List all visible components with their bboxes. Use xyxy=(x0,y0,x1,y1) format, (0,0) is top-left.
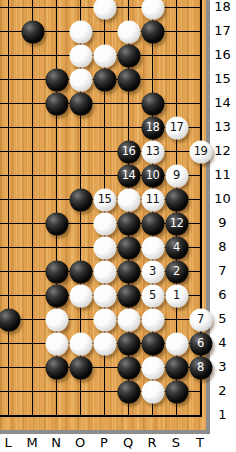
row-label-14: 14 xyxy=(209,94,236,112)
move-number-label: 11 xyxy=(146,194,160,206)
stone-black-O3 xyxy=(69,356,92,379)
go-board[interactable]: 18171613191410915111243251768 xyxy=(0,0,210,434)
stone-black-Q3 xyxy=(117,356,140,379)
row-label-13: 13 xyxy=(209,118,236,136)
stone-white-move-11-R10: 11 xyxy=(141,188,164,211)
stone-black-N7 xyxy=(45,260,68,283)
stone-white-Q10 xyxy=(117,188,140,211)
stone-white-N4 xyxy=(45,332,68,355)
grid-line-row-12 xyxy=(0,151,202,152)
stone-white-move-3-R7: 3 xyxy=(141,260,164,283)
stone-white-N5 xyxy=(45,308,68,331)
stone-black-O7 xyxy=(69,260,92,283)
stone-black-move-12-S9: 12 xyxy=(165,212,188,235)
stone-black-move-14-Q11: 14 xyxy=(117,164,140,187)
move-number-label: 9 xyxy=(173,170,180,182)
stone-white-move-13-R12: 13 xyxy=(141,140,164,163)
stone-white-O6 xyxy=(69,284,92,307)
stone-white-P16 xyxy=(93,44,116,67)
row-label-2: 2 xyxy=(209,382,236,400)
stone-black-O10 xyxy=(69,188,92,211)
move-number-label: 4 xyxy=(173,242,180,254)
move-number-label: 12 xyxy=(170,218,184,230)
stone-white-R18 xyxy=(141,0,164,19)
move-number-label: 17 xyxy=(170,122,184,134)
row-label-7: 7 xyxy=(209,262,236,280)
stone-black-Q9 xyxy=(117,212,140,235)
stone-black-N15 xyxy=(45,68,68,91)
move-number-label: 5 xyxy=(149,290,156,302)
row-label-4: 4 xyxy=(209,334,236,352)
stone-black-move-10-R11: 10 xyxy=(141,164,164,187)
stone-black-move-4-S8: 4 xyxy=(165,236,188,259)
stone-white-R8 xyxy=(141,236,164,259)
go-diagram-screenshot: 18171613191410915111243251768 1817161514… xyxy=(0,0,236,452)
row-label-5: 5 xyxy=(209,310,236,328)
move-number-label: 2 xyxy=(173,266,180,278)
stone-black-N6 xyxy=(45,284,68,307)
col-label-P: P xyxy=(95,434,113,452)
stone-black-N3 xyxy=(45,356,68,379)
grid-line-col-L xyxy=(8,0,9,417)
row-label-1: 1 xyxy=(209,406,236,424)
stone-black-S10 xyxy=(165,188,188,211)
stone-black-Q4 xyxy=(117,332,140,355)
grid-line-row-1 xyxy=(0,415,202,417)
move-number-label: 8 xyxy=(197,362,204,374)
stone-black-P15 xyxy=(93,68,116,91)
col-label-O: O xyxy=(71,434,89,452)
stone-black-Q2 xyxy=(117,380,140,403)
stone-white-P5 xyxy=(93,308,116,331)
row-label-3: 3 xyxy=(209,358,236,376)
stone-black-O14 xyxy=(69,92,92,115)
grid-line-col-M xyxy=(32,0,33,417)
stone-black-move-2-S7: 2 xyxy=(165,260,188,283)
move-number-label: 18 xyxy=(146,122,160,134)
col-label-L: L xyxy=(0,434,17,452)
stone-black-move-16-Q12: 16 xyxy=(117,140,140,163)
move-number-label: 3 xyxy=(149,266,156,278)
move-number-label: 19 xyxy=(194,146,208,158)
stone-white-R2 xyxy=(141,380,164,403)
stone-black-S3 xyxy=(165,356,188,379)
stone-white-O16 xyxy=(69,44,92,67)
col-label-R: R xyxy=(143,434,161,452)
col-label-T: T xyxy=(191,434,209,452)
row-label-10: 10 xyxy=(209,190,236,208)
stone-white-P7 xyxy=(93,260,116,283)
move-number-label: 15 xyxy=(98,194,112,206)
move-number-label: 13 xyxy=(146,146,160,158)
stone-white-O17 xyxy=(69,20,92,43)
stone-white-O4 xyxy=(69,332,92,355)
move-number-label: 7 xyxy=(197,314,204,326)
row-label-12: 12 xyxy=(209,142,236,160)
stone-white-P6 xyxy=(93,284,116,307)
row-label-8: 8 xyxy=(209,238,236,256)
stone-white-O15 xyxy=(69,68,92,91)
row-label-17: 17 xyxy=(209,22,236,40)
row-label-6: 6 xyxy=(209,286,236,304)
col-label-Q: Q xyxy=(119,434,137,452)
stone-white-move-5-R6: 5 xyxy=(141,284,164,307)
stone-black-R14 xyxy=(141,92,164,115)
stone-white-R5 xyxy=(141,308,164,331)
stone-white-P18 xyxy=(93,0,116,19)
stone-white-R3 xyxy=(141,356,164,379)
move-number-label: 6 xyxy=(197,338,204,350)
row-label-9: 9 xyxy=(209,214,236,232)
stone-black-Q8 xyxy=(117,236,140,259)
row-label-16: 16 xyxy=(209,46,236,64)
stone-black-N9 xyxy=(45,212,68,235)
col-label-N: N xyxy=(47,434,65,452)
stone-black-M17 xyxy=(21,20,44,43)
grid-line-row-14 xyxy=(0,103,202,104)
stone-black-move-18-R13: 18 xyxy=(141,116,164,139)
stone-black-S2 xyxy=(165,380,188,403)
stone-black-R4 xyxy=(141,332,164,355)
stone-white-P8 xyxy=(93,236,116,259)
stone-black-R17 xyxy=(141,20,164,43)
move-number-label: 10 xyxy=(146,170,160,182)
stone-white-move-15-P10: 15 xyxy=(93,188,116,211)
stone-black-L5 xyxy=(0,308,20,331)
stone-black-Q15 xyxy=(117,68,140,91)
stone-black-Q6 xyxy=(117,284,140,307)
stone-black-Q7 xyxy=(117,260,140,283)
stone-white-move-9-S11: 9 xyxy=(165,164,188,187)
stone-white-S4 xyxy=(165,332,188,355)
move-number-label: 1 xyxy=(173,290,180,302)
stone-white-move-1-S6: 1 xyxy=(165,284,188,307)
row-label-18: 18 xyxy=(209,0,236,16)
row-label-11: 11 xyxy=(209,166,236,184)
stone-white-P9 xyxy=(93,212,116,235)
stone-black-R9 xyxy=(141,212,164,235)
move-number-label: 16 xyxy=(122,146,136,158)
stone-black-N14 xyxy=(45,92,68,115)
stone-black-Q16 xyxy=(117,44,140,67)
move-number-label: 14 xyxy=(122,170,136,182)
stone-white-Q5 xyxy=(117,308,140,331)
row-label-15: 15 xyxy=(209,70,236,88)
stone-white-Q17 xyxy=(117,20,140,43)
stone-white-move-17-S13: 17 xyxy=(165,116,188,139)
col-label-S: S xyxy=(167,434,185,452)
stone-white-P4 xyxy=(93,332,116,355)
col-label-M: M xyxy=(23,434,41,452)
